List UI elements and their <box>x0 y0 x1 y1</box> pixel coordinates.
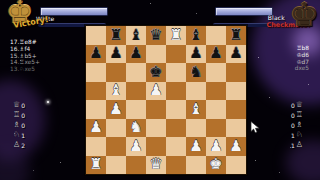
knight-icon: ♘ <box>296 131 303 139</box>
captured-rook-row: ♖0 <box>13 110 25 120</box>
queen-icon: ♕ <box>296 101 303 109</box>
square-g4[interactable] <box>206 100 226 119</box>
star <box>308 84 309 85</box>
square-c3[interactable]: ♞ <box>126 119 146 138</box>
black-rook: ♜ <box>229 27 242 42</box>
square-f8[interactable]: ♝ <box>186 26 206 45</box>
square-a8[interactable] <box>86 26 106 45</box>
square-d7[interactable] <box>146 45 166 64</box>
black-player-label: Black <box>268 14 285 21</box>
square-b4[interactable]: ♟ <box>106 100 126 119</box>
square-d6[interactable]: ♚ <box>146 63 166 82</box>
black-move-entry: dxe5 <box>295 65 309 72</box>
white-move-entry: 13.♘xe5 <box>10 66 40 73</box>
white-queen: ♛ <box>149 157 162 172</box>
captured-knight-count: 1 <box>291 132 295 139</box>
square-h5[interactable] <box>226 82 246 101</box>
black-pawn: ♟ <box>229 46 242 61</box>
rook-icon: ♖ <box>13 111 20 119</box>
captured-pawn-count: 1 <box>291 142 295 149</box>
square-c1[interactable] <box>126 156 146 175</box>
black-pawn: ♟ <box>129 46 142 61</box>
square-e4[interactable] <box>166 100 186 119</box>
queen-icon: ♕ <box>13 101 20 109</box>
square-c7[interactable]: ♟ <box>126 45 146 64</box>
square-c2[interactable]: ♟ <box>126 137 146 156</box>
square-b1[interactable] <box>106 156 126 175</box>
white-pawn: ♟ <box>209 138 222 153</box>
white-knight: ♞ <box>129 120 142 135</box>
square-f4[interactable]: ♝ <box>186 100 206 119</box>
white-pawn: ♟ <box>109 101 122 116</box>
captured-queen-count: 0 <box>21 102 25 109</box>
square-g6[interactable] <box>206 63 226 82</box>
square-b5[interactable]: ♝ <box>106 82 126 101</box>
chess-board: ♜♝♛♜♝♜♟♟♟♟♟♟♚♞♝♟♟♝♟♞♟♟♟♟♜♛♚ <box>85 25 247 175</box>
white-pawn: ♟ <box>149 83 162 98</box>
star <box>258 57 259 58</box>
square-g1[interactable]: ♚ <box>206 156 226 175</box>
square-g7[interactable]: ♟ <box>206 45 226 64</box>
square-h2[interactable]: ♟ <box>226 137 246 156</box>
black-pawn: ♟ <box>89 46 102 61</box>
black-bishop: ♝ <box>189 27 202 42</box>
black-move-entry: ♔d7 <box>295 59 309 66</box>
victory-status-text: Victory! <box>12 15 49 30</box>
square-g8[interactable] <box>206 26 226 45</box>
pawn-icon: ♙ <box>13 141 20 149</box>
game-screen: ♚ White Victory! Black Checkmate! ♚ 17.♖… <box>0 0 320 180</box>
square-f2[interactable]: ♟ <box>186 137 206 156</box>
square-d5[interactable]: ♟ <box>146 82 166 101</box>
white-move-entry: 17.♖e8# <box>10 39 40 46</box>
white-move-entry: 16.♗f4 <box>10 46 40 53</box>
square-f6[interactable]: ♞ <box>186 63 206 82</box>
captured-queen-count: 0 <box>291 102 295 109</box>
black-pawn: ♟ <box>209 46 222 61</box>
captured-bishop-count: 0 <box>21 122 25 129</box>
square-h8[interactable]: ♜ <box>226 26 246 45</box>
square-e7[interactable] <box>166 45 186 64</box>
square-h3[interactable] <box>226 119 246 138</box>
captured-bishop-count: 0 <box>291 122 295 129</box>
square-h7[interactable]: ♟ <box>226 45 246 64</box>
square-a6[interactable] <box>86 63 106 82</box>
nebula-glow <box>0 148 30 180</box>
captured-rook-count: 0 <box>21 112 25 119</box>
captured-bishop-row: 0♗ <box>291 120 303 130</box>
black-score-bar <box>215 7 273 16</box>
square-b2[interactable] <box>106 137 126 156</box>
captured-knight-row: 1♘ <box>291 130 303 140</box>
square-a4[interactable] <box>86 100 106 119</box>
white-move-entry: 15.♗b5+ <box>10 53 40 60</box>
square-c8[interactable]: ♝ <box>126 26 146 45</box>
square-h4[interactable] <box>226 100 246 119</box>
square-a2[interactable] <box>86 137 106 156</box>
white-move-list: 17.♖e8#16.♗f415.♗b5+14.♖xe5+13.♘xe5 <box>10 39 40 73</box>
black-pawn: ♟ <box>109 46 122 61</box>
star <box>47 101 49 103</box>
star <box>196 13 197 14</box>
square-e1[interactable] <box>166 156 186 175</box>
black-knight: ♞ <box>189 64 202 79</box>
square-f1[interactable] <box>186 156 206 175</box>
star <box>150 3 151 4</box>
square-d1[interactable]: ♛ <box>146 156 166 175</box>
black-captured-tray: 0♕0♖0♗1♘1♙ <box>291 100 303 150</box>
square-f3[interactable] <box>186 119 206 138</box>
captured-rook-row: 0♖ <box>291 110 303 120</box>
black-queen: ♛ <box>149 27 162 42</box>
white-king: ♚ <box>209 157 222 172</box>
bishop-icon: ♗ <box>296 121 303 129</box>
white-pawn: ♟ <box>129 138 142 153</box>
square-e5[interactable] <box>166 82 186 101</box>
white-pawn: ♟ <box>229 138 242 153</box>
white-rook: ♜ <box>89 157 102 172</box>
white-pawn: ♟ <box>189 138 202 153</box>
square-d2[interactable] <box>146 137 166 156</box>
square-b8[interactable]: ♜ <box>106 26 126 45</box>
square-c4[interactable] <box>126 100 146 119</box>
square-g5[interactable] <box>206 82 226 101</box>
black-king: ♚ <box>149 64 162 79</box>
white-rook: ♜ <box>169 27 182 42</box>
captured-knight-row: ♘1 <box>13 130 25 140</box>
white-bishop: ♝ <box>189 101 202 116</box>
checkmate-status-text: Checkmate! <box>266 21 310 29</box>
square-f5[interactable] <box>186 82 206 101</box>
square-a5[interactable] <box>86 82 106 101</box>
square-e8[interactable]: ♜ <box>166 26 186 45</box>
white-pawn: ♟ <box>89 120 102 135</box>
square-b6[interactable] <box>106 63 126 82</box>
captured-bishop-row: ♗0 <box>13 120 25 130</box>
black-bishop: ♝ <box>129 27 142 42</box>
star <box>279 172 280 173</box>
black-move-list: ♖b8♔d6♔d7dxe5 <box>295 45 309 72</box>
square-c6[interactable] <box>126 63 146 82</box>
black-pawn: ♟ <box>189 46 202 61</box>
mouse-cursor <box>250 121 261 134</box>
square-c5[interactable] <box>126 82 146 101</box>
captured-knight-count: 1 <box>21 132 25 139</box>
knight-icon: ♘ <box>13 131 20 139</box>
square-b7[interactable]: ♟ <box>106 45 126 64</box>
captured-pawn-row: ♙2 <box>13 140 25 150</box>
rook-icon: ♖ <box>296 111 303 119</box>
square-h1[interactable] <box>226 156 246 175</box>
square-a3[interactable]: ♟ <box>86 119 106 138</box>
captured-pawn-count: 2 <box>21 142 25 149</box>
square-e2[interactable] <box>166 137 186 156</box>
captured-pawn-row: 1♙ <box>291 140 303 150</box>
bishop-icon: ♗ <box>13 121 20 129</box>
star <box>33 170 34 171</box>
square-g2[interactable]: ♟ <box>206 137 226 156</box>
square-d8[interactable]: ♛ <box>146 26 166 45</box>
square-a1[interactable]: ♜ <box>86 156 106 175</box>
white-move-entry: 14.♖xe5+ <box>10 59 40 66</box>
square-b3[interactable] <box>106 119 126 138</box>
captured-rook-count: 0 <box>291 112 295 119</box>
square-e6[interactable] <box>166 63 186 82</box>
star <box>60 162 61 163</box>
white-captured-tray: ♕0♖0♗0♘1♙2 <box>13 100 25 150</box>
black-move-entry: ♖b8 <box>295 45 309 52</box>
white-bishop: ♝ <box>109 83 122 98</box>
square-d3[interactable] <box>146 119 166 138</box>
captured-queen-row: 0♕ <box>291 100 303 110</box>
square-d4[interactable] <box>146 100 166 119</box>
black-move-entry: ♔d6 <box>295 52 309 59</box>
square-f7[interactable]: ♟ <box>186 45 206 64</box>
star <box>269 97 270 98</box>
star <box>255 160 256 161</box>
square-g3[interactable] <box>206 119 226 138</box>
square-e3[interactable] <box>166 119 186 138</box>
square-h6[interactable] <box>226 63 246 82</box>
black-rook: ♜ <box>109 27 122 42</box>
pawn-icon: ♙ <box>296 141 303 149</box>
captured-queen-row: ♕0 <box>13 100 25 110</box>
square-a7[interactable]: ♟ <box>86 45 106 64</box>
